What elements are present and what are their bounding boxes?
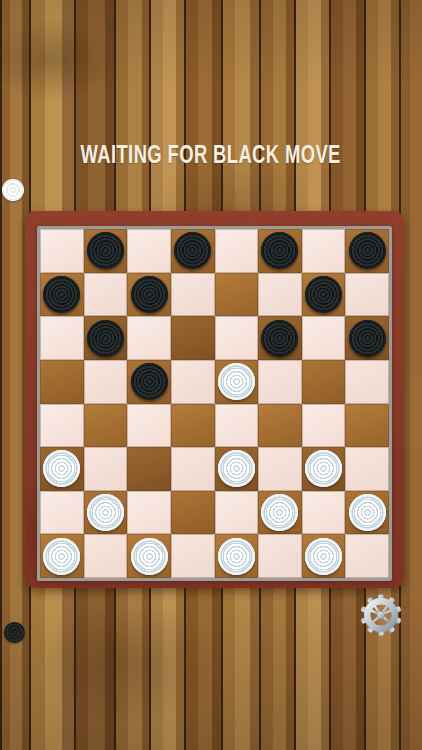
square-r3c2[interactable] — [127, 360, 171, 404]
square-r4c5[interactable] — [258, 404, 302, 448]
square-r0c1[interactable] — [84, 229, 128, 273]
board-frame — [25, 211, 404, 588]
black-man[interactable] — [349, 320, 386, 357]
square-r0c2 — [127, 229, 171, 273]
square-r2c1[interactable] — [84, 316, 128, 360]
square-r4c3[interactable] — [171, 404, 215, 448]
white-man[interactable] — [305, 450, 342, 487]
white-man[interactable] — [43, 538, 80, 575]
square-r6c4 — [215, 491, 259, 535]
square-r3c1 — [84, 360, 128, 404]
gear-icon — [359, 593, 403, 637]
white-man[interactable] — [131, 538, 168, 575]
square-r4c6 — [302, 404, 346, 448]
square-r7c0[interactable] — [40, 534, 84, 578]
square-r2c4 — [215, 316, 259, 360]
square-r5c7 — [345, 447, 389, 491]
app-background: WAITING FOR BLACK MOVE — [0, 0, 422, 750]
square-r2c3[interactable] — [171, 316, 215, 360]
black-man[interactable] — [87, 232, 124, 269]
board — [37, 226, 392, 581]
square-r2c0 — [40, 316, 84, 360]
black-man[interactable] — [261, 232, 298, 269]
square-r4c2 — [127, 404, 171, 448]
square-r0c7[interactable] — [345, 229, 389, 273]
square-r6c7[interactable] — [345, 491, 389, 535]
square-r4c4 — [215, 404, 259, 448]
square-r6c1[interactable] — [84, 491, 128, 535]
square-r3c6[interactable] — [302, 360, 346, 404]
black-man[interactable] — [261, 320, 298, 357]
square-r1c5 — [258, 273, 302, 317]
square-r0c3[interactable] — [171, 229, 215, 273]
square-r5c5 — [258, 447, 302, 491]
black-man[interactable] — [349, 232, 386, 269]
square-r3c5 — [258, 360, 302, 404]
square-r7c6[interactable] — [302, 534, 346, 578]
white-man[interactable] — [218, 363, 255, 400]
square-r5c4[interactable] — [215, 447, 259, 491]
square-r0c5[interactable] — [258, 229, 302, 273]
square-r1c0[interactable] — [40, 273, 84, 317]
captured-white-piece — [2, 179, 24, 201]
square-r5c2[interactable] — [127, 447, 171, 491]
square-r0c4 — [215, 229, 259, 273]
square-r3c3 — [171, 360, 215, 404]
black-man[interactable] — [174, 232, 211, 269]
square-r5c1 — [84, 447, 128, 491]
white-man[interactable] — [305, 538, 342, 575]
square-r2c7[interactable] — [345, 316, 389, 360]
white-man[interactable] — [261, 494, 298, 531]
square-r5c6[interactable] — [302, 447, 346, 491]
square-r3c4[interactable] — [215, 360, 259, 404]
white-man[interactable] — [349, 494, 386, 531]
square-r3c0[interactable] — [40, 360, 84, 404]
square-r2c5[interactable] — [258, 316, 302, 360]
square-r1c6[interactable] — [302, 273, 346, 317]
square-r7c3 — [171, 534, 215, 578]
captured-black-piece — [4, 622, 25, 643]
status-label: WAITING FOR BLACK MOVE — [81, 139, 341, 169]
square-r4c0 — [40, 404, 84, 448]
square-r6c2 — [127, 491, 171, 535]
white-man[interactable] — [87, 494, 124, 531]
square-r1c7 — [345, 273, 389, 317]
square-r6c0 — [40, 491, 84, 535]
square-r1c1 — [84, 273, 128, 317]
white-man[interactable] — [218, 538, 255, 575]
square-r1c2[interactable] — [127, 273, 171, 317]
white-man[interactable] — [218, 450, 255, 487]
black-man[interactable] — [131, 363, 168, 400]
square-r1c3 — [171, 273, 215, 317]
square-r6c6 — [302, 491, 346, 535]
status-text: WAITING FOR BLACK MOVE — [0, 141, 422, 168]
square-r7c4[interactable] — [215, 534, 259, 578]
square-r5c0[interactable] — [40, 447, 84, 491]
square-r7c2[interactable] — [127, 534, 171, 578]
square-r7c5 — [258, 534, 302, 578]
square-r7c7 — [345, 534, 389, 578]
square-r0c6 — [302, 229, 346, 273]
black-man[interactable] — [305, 276, 342, 313]
square-r3c7 — [345, 360, 389, 404]
white-man[interactable] — [43, 450, 80, 487]
square-r6c5[interactable] — [258, 491, 302, 535]
square-r0c0 — [40, 229, 84, 273]
settings-button[interactable] — [359, 593, 403, 637]
square-r1c4[interactable] — [215, 273, 259, 317]
square-r2c2 — [127, 316, 171, 360]
square-r5c3 — [171, 447, 215, 491]
square-r2c6 — [302, 316, 346, 360]
square-r4c1[interactable] — [84, 404, 128, 448]
black-man[interactable] — [87, 320, 124, 357]
square-r6c3[interactable] — [171, 491, 215, 535]
black-man[interactable] — [43, 276, 80, 313]
square-r4c7[interactable] — [345, 404, 389, 448]
square-r7c1 — [84, 534, 128, 578]
black-man[interactable] — [131, 276, 168, 313]
